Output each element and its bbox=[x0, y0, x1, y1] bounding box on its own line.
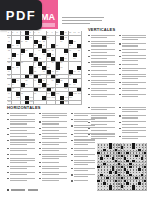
clue-item bbox=[39, 121, 67, 125]
clue-item bbox=[7, 119, 35, 126]
grid-cell: 24 bbox=[60, 40, 64, 44]
clue-item bbox=[119, 43, 146, 47]
cell-number: 60 bbox=[34, 66, 36, 68]
clue-text-line bbox=[10, 127, 35, 128]
grid-cell: 103 bbox=[77, 92, 81, 96]
grid-cell: 88 bbox=[56, 83, 60, 87]
grid-cell bbox=[34, 36, 38, 40]
grid-cell: 99 bbox=[34, 92, 38, 96]
clue-text-placeholder bbox=[74, 174, 95, 178]
clue-number-placeholder bbox=[119, 43, 121, 44]
cell-number: 35 bbox=[47, 49, 49, 51]
clue-text-placeholder bbox=[122, 43, 146, 47]
grid-cell bbox=[34, 96, 38, 100]
clue-text-line bbox=[91, 80, 115, 81]
clue-text-line bbox=[122, 115, 146, 116]
clue-item bbox=[88, 74, 115, 78]
clue-text-placeholder bbox=[10, 113, 35, 117]
clue-text-line bbox=[42, 121, 67, 122]
clue-item bbox=[119, 136, 146, 140]
cell-number: 99 bbox=[34, 92, 36, 94]
cell-number: 26 bbox=[12, 44, 14, 46]
grid-cell bbox=[56, 53, 60, 57]
cell-number: 97 bbox=[8, 92, 10, 94]
grid-cell: 89 bbox=[69, 83, 73, 87]
grid-cell: 55 bbox=[42, 62, 46, 66]
clue-item bbox=[39, 178, 67, 182]
verticales-column-1 bbox=[88, 35, 115, 100]
grid-cell: 16 bbox=[29, 36, 33, 40]
clue-text-line bbox=[91, 55, 115, 56]
clue-number-placeholder bbox=[88, 41, 90, 42]
clue-text-line bbox=[74, 130, 88, 131]
clue-text-line bbox=[42, 142, 67, 143]
clue-item bbox=[71, 139, 95, 146]
cell-number: 38 bbox=[78, 49, 80, 51]
grid-cell: 56 bbox=[51, 62, 55, 66]
clue-text-line bbox=[91, 76, 107, 77]
clue-text-line bbox=[74, 168, 95, 169]
clue-text-line bbox=[74, 176, 88, 177]
cell-number: 5 bbox=[30, 31, 31, 33]
clue-number-placeholder bbox=[39, 162, 41, 163]
clue-text-placeholder bbox=[122, 82, 146, 86]
clue-text-placeholder bbox=[42, 166, 67, 170]
clue-text-placeholder bbox=[10, 148, 35, 152]
clue-text-line bbox=[122, 74, 146, 75]
clue-text-line bbox=[74, 121, 88, 122]
clue-text-line bbox=[10, 121, 35, 122]
clue-number-placeholder bbox=[119, 115, 121, 116]
clue-number-placeholder bbox=[7, 119, 9, 120]
grid-cell: 102 bbox=[73, 92, 77, 96]
cell-number: 15 bbox=[8, 36, 10, 38]
clue-number-placeholder bbox=[71, 125, 73, 126]
clue-text-line bbox=[91, 84, 107, 85]
cell-number: 68 bbox=[56, 70, 58, 72]
cell-number: 52 bbox=[8, 61, 10, 63]
clue-text-line bbox=[122, 64, 138, 65]
grid-cell bbox=[60, 44, 64, 48]
clue-item bbox=[119, 68, 146, 72]
grid-cell: 74 bbox=[47, 75, 51, 79]
pdf-badge[interactable]: PDF bbox=[0, 0, 42, 30]
grid-cell: 62 bbox=[47, 66, 51, 70]
grid-cell: 52 bbox=[7, 62, 11, 66]
grid-cell bbox=[69, 53, 73, 57]
clue-text-line bbox=[10, 133, 35, 134]
clue-text-line bbox=[74, 170, 88, 171]
clue-number-placeholder bbox=[88, 94, 90, 95]
cell-number: 39 bbox=[16, 53, 18, 55]
clue-text-placeholder bbox=[91, 41, 115, 48]
cell-number: 32 bbox=[8, 49, 10, 51]
grid-cell bbox=[64, 40, 68, 44]
grid-cell: 105 bbox=[16, 96, 20, 100]
clue-text-line bbox=[122, 49, 146, 50]
clue-item bbox=[88, 88, 115, 92]
clue-number-placeholder bbox=[88, 62, 90, 63]
clue-text-line bbox=[91, 37, 107, 38]
clue-text-placeholder bbox=[10, 178, 35, 182]
clue-text-line bbox=[10, 154, 27, 155]
grid-cell bbox=[16, 88, 20, 92]
grid-cell bbox=[56, 57, 60, 61]
clue-item bbox=[119, 127, 146, 134]
clue-text-placeholder bbox=[122, 115, 146, 119]
clue-text-line bbox=[42, 148, 67, 149]
cell-number: 84 bbox=[12, 83, 14, 85]
cell-number: 73 bbox=[38, 74, 40, 76]
clue-item bbox=[39, 162, 67, 164]
clue-item bbox=[119, 55, 146, 62]
grid-cell: 76 bbox=[69, 75, 73, 79]
cell-number: 55 bbox=[43, 61, 45, 63]
clue-text-line bbox=[91, 94, 115, 95]
clue-number-placeholder bbox=[71, 119, 73, 120]
clue-item bbox=[88, 61, 115, 68]
clue-text-line bbox=[74, 180, 88, 181]
cell-number: 63 bbox=[60, 66, 62, 68]
clue-text-placeholder bbox=[122, 35, 146, 42]
clue-text-placeholder bbox=[42, 127, 67, 131]
grid-cell bbox=[47, 40, 51, 44]
clue-item bbox=[119, 49, 146, 53]
clue-text-line bbox=[42, 130, 59, 131]
cell-number: 105 bbox=[16, 96, 19, 98]
grid-cell bbox=[60, 53, 64, 57]
grid-cell bbox=[29, 83, 33, 87]
clue-text-line bbox=[42, 144, 59, 145]
grid-cell bbox=[25, 53, 29, 57]
clue-text-line bbox=[91, 90, 107, 91]
grid-cell: 35 bbox=[47, 49, 51, 53]
cell-number: 20 bbox=[21, 40, 23, 42]
grid-cell bbox=[73, 101, 77, 105]
cell-number: 13 bbox=[73, 31, 75, 33]
intro-text-line bbox=[62, 20, 102, 21]
clue-text-line bbox=[74, 127, 95, 128]
clue-item bbox=[119, 35, 146, 42]
grid-cell bbox=[77, 79, 81, 83]
grid-cell: 75 bbox=[56, 75, 60, 79]
cell-number: 65 bbox=[34, 70, 36, 72]
clue-text-line bbox=[42, 156, 67, 157]
cell-number: 83 bbox=[8, 83, 10, 85]
grid-cell: 39 bbox=[16, 53, 20, 57]
clue-item bbox=[7, 154, 35, 156]
clue-text-placeholder bbox=[42, 121, 67, 125]
grid-cell bbox=[12, 96, 16, 100]
clue-number-placeholder bbox=[119, 122, 121, 123]
grid-cell bbox=[21, 66, 25, 70]
grid-cell bbox=[12, 101, 16, 105]
clue-text-placeholder bbox=[122, 64, 146, 66]
clue-number-placeholder bbox=[88, 56, 90, 57]
cell-number: 46 bbox=[12, 57, 14, 59]
clue-text-placeholder bbox=[74, 160, 95, 167]
cell-number: 58 bbox=[12, 66, 14, 68]
grid-cell bbox=[60, 70, 64, 74]
clue-text-line bbox=[91, 45, 107, 46]
clue-text-placeholder bbox=[91, 70, 115, 72]
cell-number: 64 bbox=[8, 70, 10, 72]
cell-number: 88 bbox=[56, 83, 58, 85]
grid-cell: 47 bbox=[29, 57, 33, 61]
clue-number-placeholder bbox=[7, 128, 9, 129]
clue-text-line bbox=[122, 43, 146, 44]
clue-text-line bbox=[74, 133, 95, 134]
clue-number-placeholder bbox=[7, 158, 9, 159]
clue-text-line bbox=[42, 178, 67, 179]
clue-text-line bbox=[122, 124, 138, 125]
cell-number: 7 bbox=[38, 31, 39, 33]
grid-cell bbox=[64, 66, 68, 70]
cell-number: 92 bbox=[21, 87, 23, 89]
grid-cell: 20 bbox=[21, 40, 25, 44]
cell-number: 33 bbox=[25, 49, 27, 51]
clue-text-line bbox=[42, 150, 59, 151]
clue-number-placeholder bbox=[119, 56, 121, 57]
clue-text-line bbox=[10, 148, 35, 149]
cell-number: 107 bbox=[47, 96, 50, 98]
cell-number: 59 bbox=[16, 66, 18, 68]
cell-number: 109 bbox=[65, 96, 68, 98]
clue-item bbox=[39, 142, 67, 146]
clue-item bbox=[7, 148, 35, 152]
clue-text-line bbox=[91, 49, 115, 50]
clue-text-line bbox=[122, 90, 138, 91]
cell-number: 112 bbox=[30, 100, 33, 102]
clue-text-line bbox=[91, 64, 115, 65]
clue-item bbox=[119, 94, 146, 98]
clue-text-placeholder bbox=[10, 172, 35, 176]
clue-text-line bbox=[91, 61, 115, 62]
cell-number: 102 bbox=[73, 92, 76, 94]
clue-text-line bbox=[122, 76, 146, 77]
verticales-column-2 bbox=[119, 35, 146, 100]
grid-cell bbox=[16, 83, 20, 87]
cell-number: 4 bbox=[21, 31, 22, 33]
cell-number: 77 bbox=[16, 79, 18, 81]
clue-text-line bbox=[122, 35, 146, 36]
grid-cell: 94 bbox=[42, 88, 46, 92]
clue-text-placeholder bbox=[91, 74, 115, 78]
grid-cell: 46 bbox=[12, 57, 16, 61]
clue-item bbox=[39, 154, 67, 161]
cell-number: 98 bbox=[21, 92, 23, 94]
black-cell bbox=[42, 96, 46, 100]
clue-text-placeholder bbox=[74, 125, 95, 132]
grid-cell bbox=[77, 40, 81, 44]
clue-number-placeholder bbox=[7, 113, 9, 114]
clue-number-placeholder bbox=[71, 154, 73, 155]
clue-text-placeholder bbox=[74, 154, 95, 158]
grid-cell bbox=[29, 79, 33, 83]
pdf-badge-label: PDF bbox=[6, 8, 37, 23]
cell-number: 14 bbox=[78, 31, 80, 33]
clue-number-placeholder bbox=[39, 172, 41, 173]
grid-cell bbox=[34, 83, 38, 87]
clue-number-placeholder bbox=[7, 172, 9, 173]
cell-number: 96 bbox=[65, 87, 67, 89]
clue-text-placeholder bbox=[74, 180, 95, 182]
cell-number: 89 bbox=[69, 83, 71, 85]
clue-number-placeholder bbox=[39, 142, 41, 143]
cell-number: 12 bbox=[69, 31, 71, 33]
clue-text-placeholder bbox=[91, 107, 115, 111]
cell-number: 51 bbox=[73, 57, 75, 59]
cell-number: 10 bbox=[56, 31, 58, 33]
clue-number-placeholder bbox=[88, 80, 90, 81]
clue-number-placeholder bbox=[88, 50, 90, 51]
clue-item bbox=[119, 74, 146, 81]
horizontales-column-2 bbox=[39, 113, 67, 184]
clue-number-placeholder bbox=[119, 35, 121, 36]
grid-cell: 3 bbox=[16, 31, 20, 35]
clue-text-line bbox=[42, 123, 59, 124]
black-cell bbox=[60, 31, 64, 35]
grid-cell: 83 bbox=[7, 83, 11, 87]
clue-text-line bbox=[122, 55, 146, 56]
grid-cell bbox=[60, 88, 64, 92]
clue-item bbox=[7, 127, 35, 131]
cell-number: 8 bbox=[47, 31, 48, 33]
clue-text-placeholder bbox=[122, 127, 146, 134]
clue-item bbox=[39, 166, 67, 170]
clue-text-placeholder bbox=[122, 68, 146, 72]
cell-number: 72 bbox=[30, 74, 32, 76]
clue-text-line bbox=[122, 130, 146, 131]
grid-cell bbox=[16, 36, 20, 40]
grid-cell: 49 bbox=[47, 57, 51, 61]
grid-cell: 111 bbox=[7, 101, 11, 105]
clue-item bbox=[88, 41, 115, 48]
clue-text-line bbox=[122, 52, 138, 53]
grid-cell: 87 bbox=[47, 83, 51, 87]
clue-text-line bbox=[42, 174, 59, 175]
grid-cell bbox=[25, 70, 29, 74]
grid-cell: 107 bbox=[47, 96, 51, 100]
grid-cell: 96 bbox=[64, 88, 68, 92]
clue-text-line bbox=[91, 109, 107, 110]
grid-cell bbox=[25, 57, 29, 61]
clue-text-line bbox=[10, 160, 35, 161]
clue-text-line bbox=[74, 119, 95, 120]
cell-number: 86 bbox=[38, 83, 40, 85]
grid-cell bbox=[77, 75, 81, 79]
grid-cell bbox=[25, 66, 29, 70]
footer-text-placeholder bbox=[28, 189, 38, 190]
cell-number: 104 bbox=[8, 96, 11, 98]
clue-item bbox=[7, 178, 35, 182]
grid-cell bbox=[38, 92, 42, 96]
grid-cell: 91 bbox=[12, 88, 16, 92]
grid-cell: 112 bbox=[29, 101, 33, 105]
clue-text-line bbox=[91, 88, 115, 89]
clue-text-line bbox=[10, 113, 35, 114]
grid-cell: 30 bbox=[56, 44, 60, 48]
clue-text-line bbox=[42, 138, 59, 139]
cell-number: 113 bbox=[65, 100, 68, 102]
clue-item bbox=[119, 88, 146, 92]
cell-number: 56 bbox=[51, 61, 53, 63]
grid-cell bbox=[77, 53, 81, 57]
clue-text-line bbox=[74, 136, 88, 137]
clue-text-line bbox=[10, 142, 35, 143]
clue-number-placeholder bbox=[119, 68, 121, 69]
clue-text-placeholder bbox=[74, 119, 95, 123]
cell-number: 54 bbox=[34, 61, 36, 63]
clue-number-placeholder bbox=[7, 178, 9, 179]
grid-cell: 21 bbox=[25, 40, 29, 44]
grid-cell bbox=[47, 101, 51, 105]
clue-text-line bbox=[10, 178, 35, 179]
clue-text-line bbox=[91, 58, 107, 59]
grid-cell bbox=[29, 88, 33, 92]
cell-number: 18 bbox=[65, 36, 67, 38]
clue-text-line bbox=[74, 156, 88, 157]
clue-item bbox=[39, 133, 67, 140]
grid-cell: 82 bbox=[60, 79, 64, 83]
clue-text-placeholder bbox=[122, 136, 146, 140]
grid-cell: 22 bbox=[38, 40, 42, 44]
grid-cell bbox=[77, 101, 81, 105]
clue-text-placeholder bbox=[10, 133, 35, 137]
clue-text-placeholder bbox=[10, 127, 35, 131]
grid-cell bbox=[51, 36, 55, 40]
verticales-header: VERTICALES bbox=[88, 28, 115, 32]
clue-number-placeholder bbox=[88, 70, 90, 71]
grid-cell: 38 bbox=[77, 49, 81, 53]
clue-number-placeholder bbox=[39, 154, 41, 155]
cell-number: 82 bbox=[60, 79, 62, 81]
clue-text-line bbox=[122, 82, 146, 83]
clue-text-line bbox=[91, 96, 107, 97]
clue-text-line bbox=[42, 166, 67, 167]
grid-cell bbox=[16, 101, 20, 105]
page-footer bbox=[7, 189, 40, 191]
grid-cell: 79 bbox=[34, 79, 38, 83]
black-cell bbox=[25, 101, 29, 105]
black-cell bbox=[25, 31, 29, 35]
clue-text-line bbox=[122, 45, 138, 46]
clue-number-placeholder bbox=[71, 134, 73, 135]
clue-number-placeholder bbox=[119, 64, 121, 65]
black-cell bbox=[29, 66, 33, 70]
grid-cell bbox=[21, 101, 25, 105]
grid-cell bbox=[29, 44, 33, 48]
clue-text-line bbox=[42, 127, 67, 128]
cell-number: 49 bbox=[47, 57, 49, 59]
clue-item bbox=[88, 80, 115, 87]
grid-cell bbox=[34, 101, 38, 105]
clue-number-placeholder bbox=[71, 160, 73, 161]
grid-cell: 70 bbox=[77, 70, 81, 74]
clue-item bbox=[119, 82, 146, 86]
clue-number-placeholder bbox=[119, 50, 121, 51]
grid-cell: 108 bbox=[51, 96, 55, 100]
grid-cell: 14 bbox=[77, 31, 81, 35]
solution-letter-cell bbox=[144, 188, 147, 190]
clue-text-placeholder bbox=[10, 154, 35, 156]
clue-number-placeholder bbox=[71, 180, 73, 181]
grid-cell bbox=[12, 36, 16, 40]
clue-text-line bbox=[10, 174, 27, 175]
clue-text-placeholder bbox=[42, 162, 67, 164]
clue-number-placeholder bbox=[71, 174, 73, 175]
clue-text-placeholder bbox=[10, 119, 35, 126]
